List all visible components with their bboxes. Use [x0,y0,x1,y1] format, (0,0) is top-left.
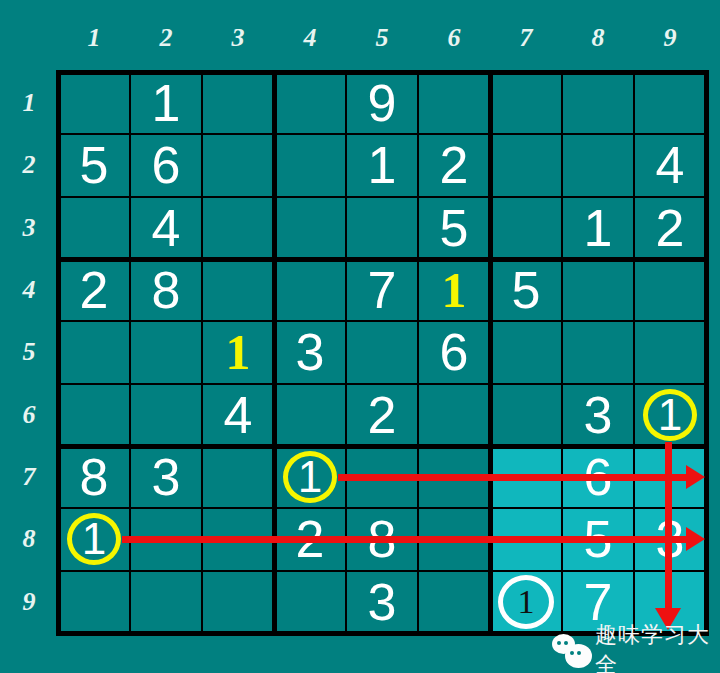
cell-digit: 1 [368,139,397,191]
cell-r9c4[interactable] [274,571,346,633]
row8-arrow-head [686,527,705,551]
watermark-text: 趣味学习大全 [595,620,720,673]
cell-digit: 4 [656,139,685,191]
cell-digit: 1 [658,393,682,437]
row-label-5: 5 [6,321,52,383]
col-label-5: 5 [346,20,418,56]
row-label-1: 1 [6,72,52,134]
row7-arrow-head [686,465,705,489]
cell-digit: 5 [512,264,541,316]
cell-r3c7[interactable] [490,197,562,259]
cell-digit: 2 [656,202,685,254]
box-border-vertical [56,70,61,636]
cell-digit: 1 [298,455,322,499]
cell-r4c8[interactable] [562,259,634,321]
cell-r6c9[interactable]: 1 [634,384,706,446]
cell-r2c4[interactable] [274,134,346,196]
box-border-vertical [488,70,493,636]
cell-digit: 7 [368,264,397,316]
row7-arrow-line [338,474,687,481]
cell-r4c7[interactable]: 5 [490,259,562,321]
sudoku-page: 123456789123456789 195612445122871513642… [0,0,720,673]
cell-r4c9[interactable] [634,259,706,321]
col-label-9: 9 [634,20,706,56]
cell-digit: 9 [368,77,397,129]
cell-digit: 8 [152,264,181,316]
col-label-2: 2 [130,20,202,56]
cell-r7c3[interactable] [202,446,274,508]
cell-r4c3[interactable] [202,259,274,321]
cell-r2c2[interactable]: 6 [130,134,202,196]
cell-digit: 2 [80,264,109,316]
row-label-4: 4 [6,259,52,321]
cell-r6c6[interactable] [418,384,490,446]
cell-digit: 3 [152,451,181,503]
cell-r3c1[interactable] [58,197,130,259]
cell-digit: 5 [80,139,109,191]
cell-r1c1[interactable] [58,72,130,134]
box-border-horizontal [56,444,709,449]
cell-r2c9[interactable]: 4 [634,134,706,196]
cell-r2c5[interactable]: 1 [346,134,418,196]
cell-r9c2[interactable] [130,571,202,633]
cell-r6c7[interactable] [490,384,562,446]
cell-r6c5[interactable]: 2 [346,384,418,446]
cell-r8c1[interactable]: 1 [58,508,130,570]
cell-digit: 1 [518,585,535,619]
cell-r4c6[interactable]: 1 [418,259,490,321]
cell-r3c3[interactable] [202,197,274,259]
cell-digit: 1 [584,202,613,254]
cell-r7c1[interactable]: 8 [58,446,130,508]
cell-r7c2[interactable]: 3 [130,446,202,508]
cell-digit: 3 [584,389,613,441]
cell-r4c1[interactable]: 2 [58,259,130,321]
cell-r1c9[interactable] [634,72,706,134]
watermark: 趣味学习大全 [552,620,720,673]
cell-r2c7[interactable] [490,134,562,196]
cell-digit: 6 [152,139,181,191]
cell-digit: 1 [226,327,251,377]
col9-arrow-line [665,442,672,609]
cell-digit: 8 [80,451,109,503]
cell-r2c6[interactable]: 2 [418,134,490,196]
cell-r5c8[interactable] [562,321,634,383]
cell-digit: 2 [368,389,397,441]
cell-digit: 1 [152,77,181,129]
wechat-bubble-big [565,644,592,668]
cell-r6c4[interactable] [274,384,346,446]
cell-r6c8[interactable]: 3 [562,384,634,446]
cell-r3c5[interactable] [346,197,418,259]
cell-digit: 1 [82,517,106,561]
col-label-3: 3 [202,20,274,56]
cell-r1c7[interactable] [490,72,562,134]
col-label-6: 6 [418,20,490,56]
cell-r4c2[interactable]: 8 [130,259,202,321]
cell-r2c1[interactable]: 5 [58,134,130,196]
wechat-icon [552,629,590,671]
row-label-8: 8 [6,508,52,570]
row8-arrow-line [122,536,687,543]
cell-digit: 6 [440,326,469,378]
cell-r1c4[interactable] [274,72,346,134]
cell-r1c8[interactable] [562,72,634,134]
row-label-3: 3 [6,197,52,259]
cell-r5c9[interactable] [634,321,706,383]
cell-r4c5[interactable]: 7 [346,259,418,321]
row-label-2: 2 [6,134,52,196]
cell-r6c3[interactable]: 4 [202,384,274,446]
cell-r3c4[interactable] [274,197,346,259]
col-label-8: 8 [562,20,634,56]
cell-digit: 4 [224,389,253,441]
cell-r1c2[interactable]: 1 [130,72,202,134]
col-label-1: 1 [58,20,130,56]
row-label-9: 9 [6,571,52,633]
cell-digit: 2 [440,139,469,191]
cell-r5c4[interactable]: 3 [274,321,346,383]
cell-r5c6[interactable]: 6 [418,321,490,383]
cell-r3c8[interactable]: 1 [562,197,634,259]
cell-r2c3[interactable] [202,134,274,196]
cell-r6c1[interactable] [58,384,130,446]
cell-r7c4[interactable]: 1 [274,446,346,508]
cell-r5c2[interactable] [130,321,202,383]
cell-digit: 1 [442,265,467,315]
box-border-horizontal [56,257,709,262]
cell-digit: 4 [152,202,181,254]
cell-r5c5[interactable] [346,321,418,383]
cell-r1c3[interactable] [202,72,274,134]
cell-r1c6[interactable] [418,72,490,134]
box-border-horizontal [56,70,709,75]
cell-r1c5[interactable]: 9 [346,72,418,134]
cell-r5c7[interactable] [490,321,562,383]
cell-r4c4[interactable] [274,259,346,321]
cell-r3c2[interactable]: 4 [130,197,202,259]
cell-r5c3[interactable]: 1 [202,321,274,383]
cell-r2c8[interactable] [562,134,634,196]
col-label-7: 7 [490,20,562,56]
cell-r3c9[interactable]: 2 [634,197,706,259]
cell-digit: 3 [296,326,325,378]
row-label-7: 7 [6,446,52,508]
cell-digit: 3 [368,576,397,628]
cell-r3c6[interactable]: 5 [418,197,490,259]
cell-r9c3[interactable] [202,571,274,633]
box-border-vertical [272,70,277,636]
cell-digit: 5 [440,202,469,254]
sudoku-board: 19561244512287151364231831612853317 [58,72,706,633]
row-label-6: 6 [6,384,52,446]
col-label-4: 4 [274,20,346,56]
cell-r9c6[interactable] [418,571,490,633]
cell-r9c5[interactable]: 3 [346,571,418,633]
cell-r9c1[interactable] [58,571,130,633]
cell-r6c2[interactable] [130,384,202,446]
cell-r5c1[interactable] [58,321,130,383]
